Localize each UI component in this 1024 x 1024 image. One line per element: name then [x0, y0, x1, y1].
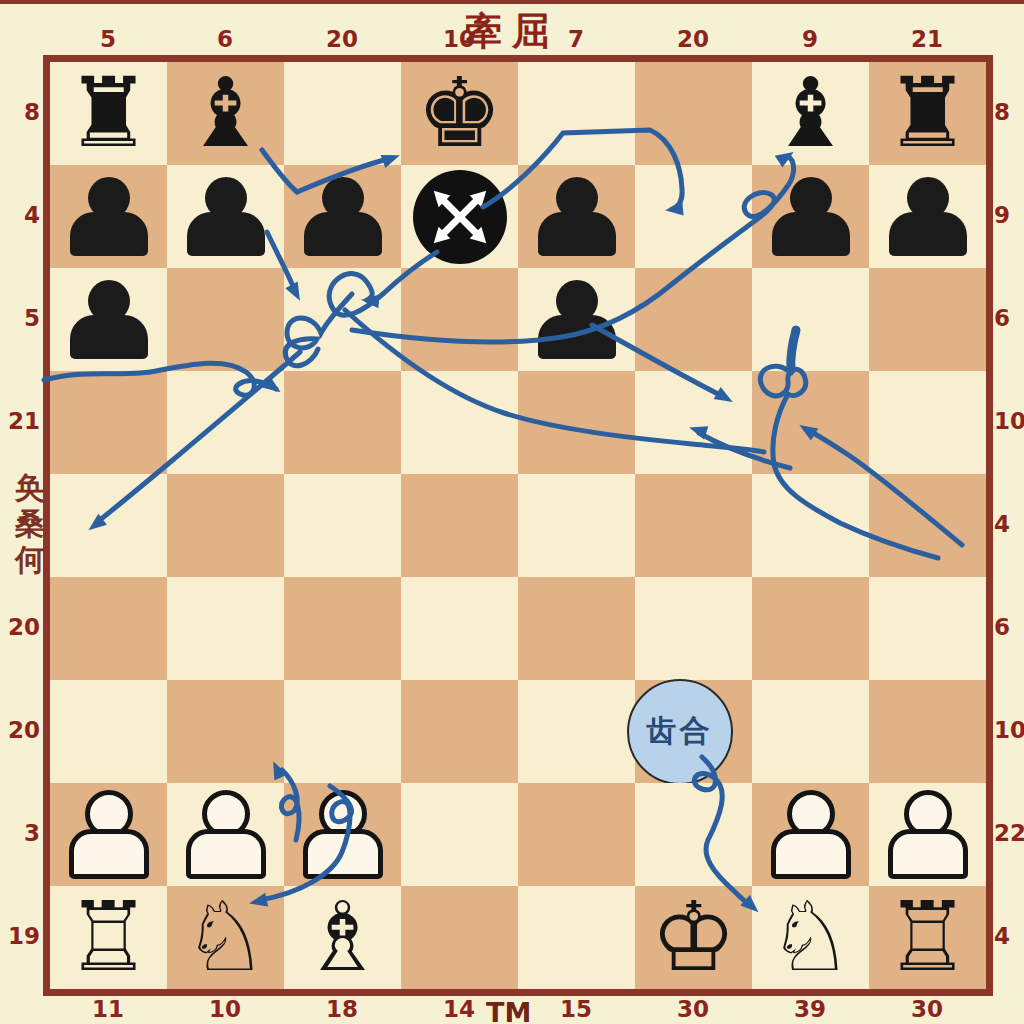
- pawn-body: [70, 315, 148, 359]
- right-label-row8: 22: [994, 820, 1024, 846]
- bottom-label-c: 18: [312, 996, 372, 1022]
- square-f6[interactable]: [635, 371, 752, 474]
- white-bishop[interactable]: ♗: [299, 886, 385, 989]
- right-label-row4: 10: [994, 408, 1024, 434]
- black-pawn[interactable]: [304, 177, 382, 256]
- square-b3[interactable]: [167, 680, 284, 783]
- square-a3[interactable]: [50, 680, 167, 783]
- crossed-arrows-marker-icon: [413, 170, 507, 264]
- left-label-row2: 4: [6, 202, 40, 228]
- square-g1[interactable]: ♘: [752, 886, 869, 989]
- top-label-g: 9: [780, 26, 840, 52]
- square-d9[interactable]: ♚: [401, 62, 518, 165]
- right-label-row2: 9: [994, 202, 1024, 228]
- square-b4[interactable]: [167, 577, 284, 680]
- black-pawn[interactable]: [538, 280, 616, 359]
- black-pawn[interactable]: [538, 177, 616, 256]
- square-c1[interactable]: ♗: [284, 886, 401, 989]
- pawn-body: [771, 829, 851, 879]
- square-c2[interactable]: [284, 783, 401, 886]
- right-label-row9: 4: [994, 923, 1024, 949]
- white-knight[interactable]: ♘: [182, 886, 268, 989]
- square-g8[interactable]: [752, 165, 869, 268]
- left-label-row7: 20: [6, 717, 40, 743]
- square-a7[interactable]: [50, 268, 167, 371]
- square-h5[interactable]: [869, 474, 986, 577]
- square-b6[interactable]: [167, 371, 284, 474]
- square-e1[interactable]: [518, 886, 635, 989]
- white-pawn[interactable]: [186, 790, 266, 879]
- black-pawn[interactable]: [772, 177, 850, 256]
- square-a9[interactable]: ♜: [50, 62, 167, 165]
- square-g5[interactable]: [752, 474, 869, 577]
- square-d4[interactable]: [401, 577, 518, 680]
- square-c8[interactable]: [284, 165, 401, 268]
- square-c6[interactable]: [284, 371, 401, 474]
- square-e7[interactable]: [518, 268, 635, 371]
- square-g7[interactable]: [752, 268, 869, 371]
- right-label-row6: 6: [994, 614, 1024, 640]
- square-c9[interactable]: [284, 62, 401, 165]
- square-a2[interactable]: [50, 783, 167, 886]
- pawn-body: [772, 212, 850, 256]
- white-pawn[interactable]: [771, 790, 851, 879]
- square-f9[interactable]: [635, 62, 752, 165]
- square-h3[interactable]: [869, 680, 986, 783]
- white-rook[interactable]: ♖: [65, 886, 151, 989]
- square-c4[interactable]: [284, 577, 401, 680]
- bottom-label-b: 10: [195, 996, 255, 1022]
- square-d7[interactable]: [401, 268, 518, 371]
- black-rook[interactable]: ♜: [65, 62, 151, 165]
- left-label-row1: 8: [6, 99, 40, 125]
- square-e3[interactable]: [518, 680, 635, 783]
- pawn-body: [889, 212, 967, 256]
- page-title: 牽屈: [0, 6, 1024, 57]
- square-h6[interactable]: [869, 371, 986, 474]
- square-d2[interactable]: [401, 783, 518, 886]
- pawn-body: [70, 212, 148, 256]
- square-f8[interactable]: [635, 165, 752, 268]
- white-king[interactable]: ♔: [650, 886, 736, 989]
- square-h2[interactable]: [869, 783, 986, 886]
- square-b2[interactable]: [167, 783, 284, 886]
- pawn-body: [538, 212, 616, 256]
- black-pawn[interactable]: [187, 177, 265, 256]
- top-label-f: 20: [663, 26, 723, 52]
- square-d5[interactable]: [401, 474, 518, 577]
- pawn-body: [888, 829, 968, 879]
- right-label-row1: 8: [994, 99, 1024, 125]
- bottom-label-e: 15: [546, 996, 606, 1022]
- bottom-label-d: 14: [429, 996, 489, 1022]
- right-label-row3: 6: [994, 305, 1024, 331]
- annotation-circle: 齿合: [627, 679, 733, 785]
- bottom-label-h: 30: [897, 996, 957, 1022]
- black-pawn[interactable]: [70, 280, 148, 359]
- square-a8[interactable]: [50, 165, 167, 268]
- square-b5[interactable]: [167, 474, 284, 577]
- pawn-body: [187, 212, 265, 256]
- left-side-text: 奂桑何: [12, 470, 48, 578]
- square-h8[interactable]: [869, 165, 986, 268]
- left-label-row3: 5: [6, 305, 40, 331]
- left-label-row4: 21: [6, 408, 40, 434]
- square-d6[interactable]: [401, 371, 518, 474]
- chess-board: ♜♝♚♝♜齿合♖♘♗♔♘♖: [50, 62, 986, 989]
- square-c7[interactable]: [284, 268, 401, 371]
- square-g4[interactable]: [752, 577, 869, 680]
- pawn-body: [303, 829, 383, 879]
- black-pawn[interactable]: [70, 177, 148, 256]
- black-pawn[interactable]: [889, 177, 967, 256]
- square-h4[interactable]: [869, 577, 986, 680]
- square-b1[interactable]: ♘: [167, 886, 284, 989]
- left-label-row6: 20: [6, 614, 40, 640]
- top-label-c: 20: [312, 26, 372, 52]
- square-h7[interactable]: [869, 268, 986, 371]
- bottom-label-f: 30: [663, 996, 723, 1022]
- square-a4[interactable]: [50, 577, 167, 680]
- left-label-row8: 3: [6, 820, 40, 846]
- black-bishop[interactable]: ♝: [767, 62, 853, 165]
- left-label-row9: 19: [6, 923, 40, 949]
- pawn-body: [186, 829, 266, 879]
- square-f7[interactable]: [635, 268, 752, 371]
- square-f1[interactable]: ♔: [635, 886, 752, 989]
- bottom-label-a: 11: [78, 996, 138, 1022]
- black-rook[interactable]: ♜: [884, 62, 970, 165]
- square-a6[interactable]: [50, 371, 167, 474]
- top-label-d: 10: [429, 26, 489, 52]
- right-label-row7: 10: [994, 717, 1024, 743]
- right-label-row5: 4: [994, 511, 1024, 537]
- square-f5[interactable]: [635, 474, 752, 577]
- white-pawn[interactable]: [303, 790, 383, 879]
- pawn-body: [538, 315, 616, 359]
- square-e8[interactable]: [518, 165, 635, 268]
- square-f2[interactable]: [635, 783, 752, 886]
- trademark-label: TM: [486, 997, 531, 1024]
- square-e6[interactable]: [518, 371, 635, 474]
- square-b7[interactable]: [167, 268, 284, 371]
- top-label-h: 21: [897, 26, 957, 52]
- bottom-label-g: 39: [780, 996, 840, 1022]
- black-king[interactable]: ♚: [416, 62, 502, 165]
- white-rook[interactable]: ♖: [884, 886, 970, 989]
- square-d8[interactable]: [401, 165, 518, 268]
- square-g6[interactable]: [752, 371, 869, 474]
- top-label-a: 5: [78, 26, 138, 52]
- white-pawn[interactable]: [69, 790, 149, 879]
- square-h9[interactable]: ♜: [869, 62, 986, 165]
- square-e9[interactable]: [518, 62, 635, 165]
- square-f3[interactable]: 齿合: [635, 680, 752, 783]
- top-label-b: 6: [195, 26, 255, 52]
- square-d1[interactable]: [401, 886, 518, 989]
- square-e2[interactable]: [518, 783, 635, 886]
- square-e5[interactable]: [518, 474, 635, 577]
- top-edge-line: [0, 0, 1024, 4]
- pawn-body: [304, 212, 382, 256]
- square-a5[interactable]: [50, 474, 167, 577]
- square-g2[interactable]: [752, 783, 869, 886]
- square-c5[interactable]: [284, 474, 401, 577]
- white-knight[interactable]: ♘: [767, 886, 853, 989]
- square-b9[interactable]: ♝: [167, 62, 284, 165]
- square-e4[interactable]: [518, 577, 635, 680]
- pawn-body: [69, 829, 149, 879]
- square-g9[interactable]: ♝: [752, 62, 869, 165]
- top-label-e: 7: [546, 26, 606, 52]
- square-a1[interactable]: ♖: [50, 886, 167, 989]
- square-b8[interactable]: [167, 165, 284, 268]
- black-bishop[interactable]: ♝: [182, 62, 268, 165]
- square-c3[interactable]: [284, 680, 401, 783]
- white-pawn[interactable]: [888, 790, 968, 879]
- square-h1[interactable]: ♖: [869, 886, 986, 989]
- square-d3[interactable]: [401, 680, 518, 783]
- square-g3[interactable]: [752, 680, 869, 783]
- square-f4[interactable]: [635, 577, 752, 680]
